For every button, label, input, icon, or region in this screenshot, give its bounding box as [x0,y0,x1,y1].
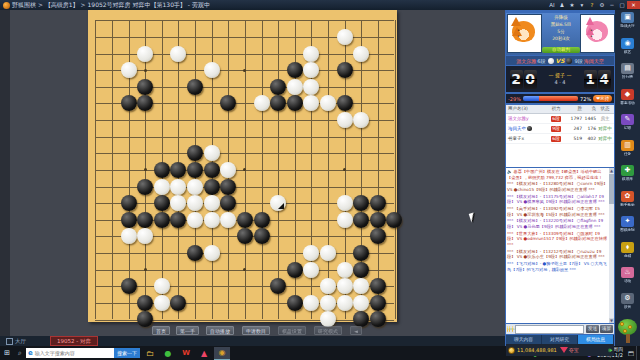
money-tree[interactable] [615,318,640,346]
white-stone-16-16 [337,262,353,278]
title-bar-icons: AI ♟ ★ ▾ ? ⚙ ─ ▢ ✕ [547,0,640,10]
chat-message-1: 🔈 恭喜【中国广州】棋友在【砸金蛋】活动中砸出【金蛋】，获得奖励 799,732… [507,169,608,180]
ai-button[interactable]: AI [547,1,557,9]
review-controls: 首页第一手自动播放申请数目棋盘设置研究模式◄ [10,325,505,336]
table-row-3[interactable]: 书童子x 6段 519402 对弈中 [506,134,614,144]
emoji-icon-2[interactable] [509,326,510,332]
scroll-down-icon[interactable]: ▼ [609,318,614,323]
black-stone-4-11 [137,179,153,195]
white-stone-6-11 [170,179,186,195]
black-stone-13-16 [287,262,303,278]
black-stone-17-16 [353,262,369,278]
任务-icon[interactable]: ▥ [621,140,634,151]
black-stone-18-17 [370,278,386,294]
white-stone-5-17 [154,278,170,294]
coin-amount: 11,084,488,981 [517,347,557,353]
black-stone-19-13 [386,212,402,228]
side-icon-游戏大厅[interactable]: ▣游戏大厅 [615,12,640,28]
black-stone-4-6 [137,95,153,111]
tree-trunk-icon [626,334,630,343]
white-stone-5-18 [154,295,170,311]
white-stone-15-18 [320,295,336,311]
white-stone-14-3 [303,46,319,62]
side-icon-设置[interactable]: ⚙设置 [615,293,640,309]
star-point [243,168,246,171]
white-stone-3-4 [121,62,137,78]
clear-button[interactable]: 清屏 [600,325,613,333]
nav-button-5[interactable]: 棋盘设置 [278,326,306,335]
black-stone-17-13 [353,212,369,228]
star-point [243,268,246,271]
white-stone-16-13 [337,212,353,228]
white-stone-11-6 [254,95,270,111]
white-stone-6-12 [170,195,186,211]
taskbar-app-paint[interactable]: ▲ [196,347,212,359]
black-player-name[interactable]: 海阔天空 [584,58,604,64]
nav-button-1[interactable]: 首页 [152,326,170,335]
black-stone-9-6 [220,95,236,111]
white-stone-9-10 [220,162,236,178]
black-stone-10-13 [237,212,253,228]
star-point [144,268,147,271]
fox-go-client-window: 野狐围棋 > 【高级房1】 > 19052号对弈房 对弈中【第130手】 - 旁… [0,0,640,360]
活动-icon[interactable]: ♨ [621,267,634,278]
help-icon[interactable]: ? [587,1,597,9]
chat-message-7: *** 【棋友对局】-【13212号对局】 ○ruzuzu【9段】 VS ●快乐… [507,249,608,260]
taskbar-app-folder[interactable]: 🗀 [142,347,158,359]
fox-avatar-icon [512,21,535,42]
white-stone-8-9 [204,145,220,161]
black-stone-10-14 [237,228,253,244]
white-stone-8-15 [204,245,220,261]
room-tab-bar: 大厅 19052 - 对弈 [0,336,505,346]
black-stone-4-13 [137,212,153,228]
white-stone-12-12 [270,195,286,211]
black-stone-11-14 [254,228,270,244]
avatar-white-player[interactable] [507,14,542,53]
black-stone-7-15 [187,245,203,261]
black-stone-12-5 [270,79,286,95]
chat-message-5: *** 【棋友对局】-【13220号对局】 ○flagfinn【9段】 VS ●… [507,218,608,229]
chat-message-6: *** 【世界大赛】-【13309号对局】 ○陈承时【9段】 VS ●odmru… [507,231,608,248]
send-button[interactable]: 发送 [586,325,599,333]
black-stone-11-13 [254,212,270,228]
gear-icon[interactable]: ⚙ [597,1,607,9]
white-stone-14-18 [303,295,319,311]
记谱-icon[interactable]: ✎ [621,114,634,125]
taskbar-app-green[interactable]: ● [160,347,176,359]
赛事活动-icon[interactable]: ◆ [621,89,634,100]
black-stone-13-6 [287,95,303,111]
black-clock: 14 [583,70,611,89]
black-stone-7-5 [187,79,203,95]
tab-current-game[interactable]: 19052 - 对弈 [50,336,98,346]
white-stone-17-17 [353,278,369,294]
cat-avatar-icon [586,21,608,42]
white-player-name[interactable]: 温文尔雅 [516,58,536,64]
chat-message-2: *** 【棋友对局】-【13280号对局】 ○conrn【9段】 VS ●chi… [507,181,608,192]
black-stone-8-11 [204,179,220,195]
white-stone-16-12 [337,195,353,211]
black-stone-17-12 [353,195,369,211]
white-stone-16-18 [337,295,353,311]
black-stone-7-10 [187,162,203,178]
white-stone-7-11 [187,179,203,195]
设置-icon[interactable]: ⚙ [621,293,634,304]
black-stone-4-5 [137,79,153,95]
white-stone-icon [548,58,554,64]
black-stone-6-13 [170,212,186,228]
scroll-up-icon[interactable]: ▲ [609,168,614,173]
棋谱库-icon[interactable]: ✚ [621,165,634,176]
white-player-rank: 6段 [537,58,545,64]
browser-icon: e [28,349,33,357]
white-stone-16-17 [337,278,353,294]
white-stone-14-5 [303,79,319,95]
tab-game-research[interactable]: 对局研究 [542,335,578,344]
white-stone-17-18 [353,295,369,311]
棋艺-icon[interactable]: ◉ [621,38,634,49]
taskbar-app-foxgo-active[interactable]: ◉ [214,347,230,360]
side-icon-排行榜[interactable]: ▤排行榜 [615,63,640,79]
tab-chat-content[interactable]: 聊天内容 [506,335,542,344]
minimize-button[interactable]: ─ [607,1,617,9]
black-stone-18-13 [370,212,386,228]
white-stone-14-4 [303,62,319,78]
chevron-down-icon[interactable]: ▾ [577,1,587,9]
nav-button-2[interactable]: 第一手 [176,326,199,335]
show-desktop-button[interactable] [636,346,640,360]
side-icon-活动[interactable]: ♨活动 [615,267,640,283]
tab-game-info[interactable]: 棋局信息 [578,335,614,344]
white-stone-8-4 [204,62,220,78]
chat-message-4: *** 【高手对局】-【13092号对局】 ○李习军【5段】 VS ●深圳东海【… [507,206,608,217]
white-stone-16-2 [337,29,353,45]
black-stone-3-13 [121,212,137,228]
table-row-1[interactable]: 温文尔雅y 6段 17971445 房主 [506,114,614,124]
grid-icon [6,338,13,345]
white-stone-16-7 [337,112,353,128]
ai-winrate-bar: -29% 72% ❤支持 [506,94,614,103]
star-point [243,69,246,72]
nav-button-3[interactable]: 自动播放 [206,326,234,335]
byoyomi-clocks: 20 — 提子 — 4 · 4 14 [506,66,614,92]
winrate-left-label: -29% [508,96,521,102]
star-point [144,69,147,72]
taskbar-app-w[interactable]: W [178,347,194,359]
chat-message-8: *** 【飞刀对局】- ●狮子吃土豆【7段】 VS ○大鸟飞鸟【7段】的飞刀对局… [507,261,608,272]
white-stone-9-13 [220,212,236,228]
nav-button-6[interactable]: 研究模式 [314,326,342,335]
white-stone-14-16 [303,262,319,278]
black-stone-9-11 [220,179,236,195]
商城-icon[interactable]: ⬧ [621,242,634,253]
white-stone-7-13 [187,212,203,228]
search-placeholder: 输入文字搜索内容 [35,350,75,356]
black-stone-12-6 [270,95,286,111]
avatar-black-player[interactable] [580,14,615,53]
white-stone-3-14 [121,228,137,244]
white-clock: 20 [509,70,537,89]
board-area [10,10,505,325]
star-point [144,168,147,171]
coin-balance-bar: 11,084,488,981 夺宝 🕪 [506,344,614,356]
white-stone-17-7 [353,112,369,128]
black-stone-5-12 [154,195,170,211]
side-icon-商城[interactable]: ⬧商城 [615,242,640,258]
coin-icon [508,347,515,354]
black-stone-3-6 [121,95,137,111]
app-logo-icon [3,2,10,9]
black-stone-8-10 [204,162,220,178]
black-stone-16-4 [337,62,353,78]
black-stone-3-12 [121,195,137,211]
support-button[interactable]: ❤支持 [593,95,612,102]
black-winrate-fill [539,96,578,101]
start-button[interactable]: ⊞ [0,349,14,357]
side-icon-赛事活动[interactable]: ◆赛事活动 [615,89,640,105]
last-move-marker [278,203,284,209]
emoji-icon-4[interactable] [512,326,513,332]
black-stone-17-15 [353,245,369,261]
white-stone-13-5 [287,79,303,95]
captures-info: — 提子 — 4 · 4 [540,72,580,87]
winrate-right-label: 72% [580,96,591,102]
black-stone-18-14 [370,228,386,244]
notification-icon[interactable]: 🗔 [628,350,634,357]
title-bar[interactable]: 野狐围棋 > 【高级房1】 > 19052号对弈房 对弈中【第130手】 - 旁… [0,0,640,10]
search-go-button[interactable]: 搜索一下 [114,348,140,358]
nav-button-7[interactable]: ◄ [350,326,362,335]
white-stone-8-13 [204,212,220,228]
white-stone-6-3 [170,46,186,62]
white-stone-8-12 [204,195,220,211]
search-icon[interactable]: ⌕ [14,349,26,357]
black-stone-12-17 [270,278,286,294]
winrate-bar [523,96,578,101]
white-winrate-fill [523,96,540,101]
white-stone-15-17 [320,278,336,294]
white-stone-4-14 [137,228,153,244]
white-stone-14-6 [303,95,319,111]
围棋学院-icon[interactable]: ✦ [621,216,634,227]
black-stone-18-18 [370,295,386,311]
black-stone-icon [566,58,572,64]
white-stone-14-15 [303,245,319,261]
black-stone-4-18 [137,295,153,311]
white-stone-5-11 [154,179,170,195]
black-stone-18-12 [370,195,386,211]
close-button[interactable]: ✕ [627,1,640,9]
game-rules-info: 升降级 黑贴6.5目 5分 20秒3次 [542,15,580,47]
white-stone-15-15 [320,245,336,261]
table-header: 用户名(3) 棋力 胜 负 状态 [506,105,614,114]
white-stone-4-3 [137,46,153,62]
black-stone-13-18 [287,295,303,311]
black-stone-13-4 [287,62,303,78]
black-stone-16-6 [337,95,353,111]
table-row-2[interactable]: 海阔天空 9段 247176 对弈中 [506,124,614,134]
white-stone-7-12 [187,195,203,211]
gem-icon[interactable] [560,347,568,353]
side-icon-新手教学[interactable]: ✿新手教学 [615,191,640,207]
side-icon-围棋学院[interactable]: ✦围棋学院 [615,216,640,232]
versus-row: 温文尔雅 6段 VS 9段 海阔天空 [506,56,614,65]
black-stone-6-10 [170,162,186,178]
speaker-icon[interactable]: 🕪 [608,346,612,354]
auto-referee-banner: 自动裁判 [542,47,580,53]
排行榜-icon[interactable]: ▤ [621,63,634,74]
players-header: 升降级 黑贴6.5目 5分 20秒3次 自动裁判 [506,13,614,55]
go-board[interactable] [88,10,397,322]
chat-input[interactable] [515,325,584,334]
black-stone-3-17 [121,278,137,294]
emoji-icon-3[interactable] [511,326,512,332]
white-stone-15-6 [320,95,336,111]
tab-lobby[interactable]: 大厅 [0,337,32,346]
chat-message-3: *** 【棋友对局】-【13175号对局】 ○alilah17【9段】 VS ●… [507,194,608,205]
side-icon-棋谱库[interactable]: ✚棋谱库 [615,165,640,181]
taskbar-search-box[interactable]: e 输入文字搜索内容 [26,348,114,358]
新手教学-icon[interactable]: ✿ [621,191,634,202]
游戏大厅-icon[interactable]: ▣ [621,12,634,23]
black-stone-6-18 [170,295,186,311]
black-stone-5-10 [154,162,170,178]
star-icon[interactable]: ★ [567,1,577,9]
black-stone-7-9 [187,145,203,161]
vs-badge: VS [556,57,565,64]
side-icon-strip: ▣游戏大厅◉棋艺▤排行榜◆赛事活动✎记谱▥任务✚棋谱库✿新手教学✦围棋学院⬧商城… [615,10,640,346]
chat-broadcast-area[interactable]: 🔈 恭喜【中国广州】棋友在【砸金蛋】活动中砸出【金蛋】，获得奖励 799,732… [506,168,614,323]
side-icon-棋艺[interactable]: ◉棋艺 [615,38,640,54]
emoji-icon-1[interactable] [507,326,508,332]
white-stone-17-3 [353,46,369,62]
maximize-button[interactable]: ▢ [617,1,627,9]
left-edge-panel [0,10,10,346]
right-panel-tabs: 聊天内容 对局研究 棋局信息 [506,335,614,344]
black-player-rank: 9段 [574,58,582,64]
nav-button-4[interactable]: 申请数目 [242,326,270,335]
star-point [343,168,346,171]
room-user-table: 用户名(3) 棋力 胜 负 状态 温文尔雅y 6段 17971445 房主海阔天… [506,105,614,167]
treasure-label[interactable]: 夺宝 [569,347,579,353]
person-icon[interactable]: ♟ [557,1,567,9]
scroll-thumb[interactable] [609,174,614,204]
chat-scrollbar[interactable]: ▲ ▼ [609,168,614,323]
black-stone-5-13 [154,212,170,228]
side-icon-记谱[interactable]: ✎记谱 [615,114,640,130]
chat-input-row: 发送 清屏 [506,324,614,334]
window-title: 野狐围棋 > 【高级房1】 > 19052号对弈房 对弈中【第130手】 - 旁… [12,1,210,10]
black-stone-9-12 [220,195,236,211]
side-icon-任务[interactable]: ▥任务 [615,140,640,156]
game-info-panel: 升降级 黑贴6.5目 5分 20秒3次 自动裁判 温文尔雅 6段 VS 9段 海… [505,10,615,346]
